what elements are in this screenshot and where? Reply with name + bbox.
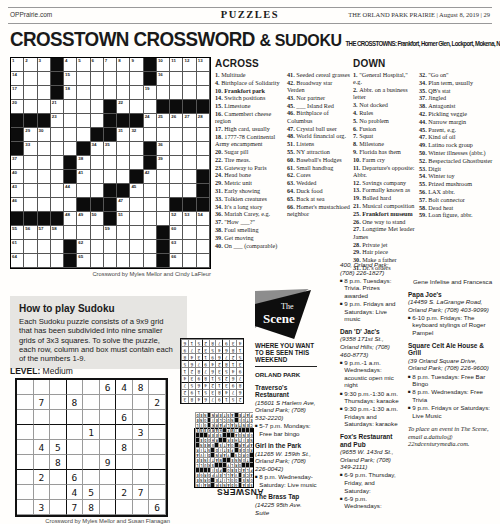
crossword-cell-number: 36	[158, 142, 163, 147]
answer-letter-cell: A	[249, 472, 253, 477]
crossword-cell-number: 10	[158, 58, 163, 63]
sudoku-cell	[116, 470, 133, 485]
sudoku-answer-cell: 9	[236, 367, 243, 374]
crossword-cell-number: 17	[12, 86, 17, 91]
answer-letter-cell: N	[249, 437, 253, 442]
crossword-cell: 5	[77, 58, 90, 72]
answer-black-cell	[234, 442, 238, 447]
sudoku-answer-cell: 3	[236, 360, 243, 367]
sudoku-cell	[50, 470, 67, 485]
answer-letter-cell: P	[218, 467, 222, 472]
answer-letter-cell: I	[207, 457, 211, 462]
answer-letter-cell: N	[230, 417, 234, 422]
crossword-cell-number: 52	[171, 212, 176, 217]
answer-letter-cell: P	[245, 442, 249, 447]
crossword-cell: 27	[183, 114, 196, 128]
answer-letter-cell: E	[226, 447, 230, 452]
sudoku-answer-cell: 7	[181, 382, 188, 389]
answer-letter-cell: Y	[214, 472, 218, 477]
sudoku-answer-cell: 4	[181, 375, 188, 382]
clue: 29. Metric unit	[215, 179, 282, 186]
answer-letter-cell: Y	[226, 462, 230, 467]
event-entry: ■5-7 p.m. Mondays: Free bar bingo	[255, 422, 317, 437]
crossword-cell	[117, 240, 130, 254]
sudoku-cell	[133, 470, 150, 485]
crossword-cell-number: 39	[158, 156, 163, 161]
crossword-cell	[183, 86, 196, 100]
answer-letter-cell: P	[249, 412, 253, 417]
clue: 7. Squat	[353, 132, 416, 139]
crossword-cell	[183, 170, 196, 184]
crossword-black-cell	[64, 170, 77, 184]
crossword-cell	[91, 184, 104, 198]
crossword-cell: 66	[170, 254, 183, 268]
sudoku-cell	[100, 440, 117, 455]
crossword-cell-number: 26	[171, 114, 176, 119]
crossword-cell	[197, 128, 210, 142]
answer-letter-cell: E	[238, 447, 242, 452]
clue: 39. Get moving	[215, 234, 282, 241]
crossword-cell	[170, 72, 183, 86]
sudoku-answer-cell: 5	[181, 360, 188, 367]
sudoku-answer-cell: 7	[229, 389, 236, 396]
sudoku-cell: 8	[67, 395, 84, 410]
crossword-cell	[170, 156, 183, 170]
clue: 4. Rules	[353, 109, 416, 116]
clue: 44. Narrow margin	[419, 118, 493, 125]
crossword-cell-number: 61	[12, 240, 17, 245]
crossword-black-cell	[183, 198, 196, 212]
sudoku-cell	[100, 410, 117, 425]
sudoku-answer-cell: 8	[236, 382, 243, 389]
crossword-cell-number: 11	[171, 58, 176, 63]
sudoku-answer-cell: 7	[236, 375, 243, 382]
crossword-cell	[170, 128, 183, 142]
answer-letter-cell: S	[226, 412, 230, 417]
crossword-black-cell	[38, 212, 51, 226]
crossword-cell: 6	[91, 58, 104, 72]
answer-letter-cell: R	[210, 427, 214, 432]
sudoku-cell: 8	[83, 500, 100, 515]
sudoku-answer-cell: 1	[236, 346, 243, 353]
crossword-cell	[77, 86, 90, 100]
answer-letter-cell: C	[245, 472, 249, 477]
event-text: 6-9 p.m. Thursday, Friday, and Saturday:	[344, 471, 402, 494]
crossword-black-cell	[51, 86, 64, 100]
crossword-cell: 56	[24, 226, 37, 240]
bullet-square-icon: ■	[408, 314, 411, 337]
clue: 36. Mariah Carey, e.g.	[215, 210, 282, 217]
answer-letter-cell: L	[226, 422, 230, 427]
crossword-cell: 33	[24, 142, 37, 156]
crossword-cell	[51, 170, 64, 184]
crossword-cell	[183, 226, 196, 240]
crossword-cell	[64, 114, 77, 128]
clue: 15. Limestone	[215, 102, 282, 109]
crossword-cell-number: 59	[105, 226, 110, 231]
answer-black-cell	[222, 467, 226, 472]
crossword-cell: 32	[130, 128, 143, 142]
clue: 64. Duck food	[287, 187, 351, 194]
event-text: 6-9 p.m. Wednesdays:	[344, 495, 402, 510]
sudoku-answer-cell: 4	[229, 367, 236, 374]
crossword-cell	[130, 72, 143, 86]
sudoku-cell: 6	[100, 380, 117, 395]
sudoku-answer-cell: 2	[181, 389, 188, 396]
clue: 38. Foul smelling	[215, 226, 282, 233]
crossword-cell	[130, 198, 143, 212]
crossword-cell	[157, 128, 170, 142]
crossword-cell-number: 2	[25, 58, 27, 63]
answer-letter-cell: O	[238, 432, 242, 437]
clue: 27. Longtime Met leader James	[353, 225, 416, 240]
answer-letter-cell: O	[207, 437, 211, 442]
sudoku-cell: 2	[116, 485, 133, 500]
crossword-cell	[144, 198, 157, 212]
answer-black-cell	[238, 472, 242, 477]
sudoku-answer-cell: 8	[188, 396, 195, 403]
answer-letter-cell: T	[245, 417, 249, 422]
crossword-cell	[38, 240, 51, 254]
bullet-square-icon: ■	[340, 390, 343, 405]
crossword-cell: 34	[91, 142, 104, 156]
sudoku-answer-cell: 3	[229, 339, 236, 346]
crossword-black-cell	[51, 212, 64, 226]
sudoku-answer-cell: 6	[236, 389, 243, 396]
crossword-cell	[117, 72, 130, 86]
crossword-cell	[24, 170, 37, 184]
crossword-cell-number: 23	[52, 114, 57, 119]
crossword-cell	[38, 100, 51, 114]
event-entry: ■6-10 p.m. Fridays: The keyboard styling…	[408, 314, 494, 337]
crossword-cell	[51, 254, 64, 268]
crossword-cell: 64	[11, 254, 24, 268]
sudoku-answer-cell: 9	[181, 346, 188, 353]
sudoku-level-label: LEVEL:	[10, 366, 40, 376]
clue: 1. "General Hospital," e.g.	[353, 71, 416, 86]
page-subtitle: & SUDOKU	[260, 31, 342, 50]
sudoku-credit: Crossword by Myles Mellor and Susan Flan…	[10, 518, 170, 524]
answer-black-cell	[195, 432, 199, 437]
crossword-cell	[157, 86, 170, 100]
crossword-cell-number: 47	[118, 198, 123, 203]
sudoku-answer-cell: 8	[195, 367, 202, 374]
the-scene-logo: The Scene	[255, 289, 311, 339]
sudoku-cell: 2	[34, 470, 51, 485]
sudoku-cell: 3	[133, 425, 150, 440]
crossword-cell	[197, 142, 210, 156]
event-text: 6-10 p.m. Fridays: The keyboard stylings…	[412, 314, 494, 337]
sudoku-answer-cell: 7	[202, 367, 209, 374]
crossword-black-cell	[91, 128, 104, 142]
answer-letter-cell: N	[199, 417, 203, 422]
crossword-cell	[183, 128, 196, 142]
crossword-cell	[117, 226, 130, 240]
answer-letter-cell: L	[230, 462, 234, 467]
answer-letter-cell: N	[241, 422, 245, 427]
crossword-cell	[91, 100, 104, 114]
answer-letter-cell: K	[207, 462, 211, 467]
answer-letter-cell: R	[249, 447, 253, 452]
answer-black-cell	[203, 467, 207, 472]
crossword-cell-number: 21	[52, 100, 57, 105]
crossword-cell: 11	[170, 58, 183, 72]
crossword-black-cell	[183, 100, 196, 114]
sudoku-cell	[133, 455, 150, 470]
crossword-cell-number: 29	[25, 128, 30, 133]
crossword-cell-number: 49	[78, 212, 83, 217]
venue-address: (15601 S Harlem Ave, Orland Park; (708) …	[255, 399, 317, 422]
crossword-cell-number: 25	[158, 114, 163, 119]
crossword-cell	[183, 142, 196, 156]
crossword-cell: 39	[157, 156, 170, 170]
crossword-cell-number: 18	[65, 86, 70, 91]
answer-letter-cell: E	[230, 437, 234, 442]
venue-address: (14459 S. LaGrange Road, Orland Park; (7…	[408, 298, 494, 313]
answer-letter-cell: R	[207, 432, 211, 437]
crossword-cell	[24, 198, 37, 212]
answer-letter-cell: O	[238, 462, 242, 467]
crossword-cell-number: 66	[171, 254, 176, 259]
sudoku-answer-cell: 9	[222, 339, 229, 346]
sudoku-cell	[83, 395, 100, 410]
answer-letter-cell: C	[238, 452, 242, 457]
crossword-cell	[197, 226, 210, 240]
crossword-black-cell	[64, 254, 77, 268]
crossword-cell-number: 5	[78, 58, 80, 63]
crossword-cell	[104, 240, 117, 254]
crossword-cell	[170, 86, 183, 100]
answer-letter-cell: L	[222, 472, 226, 477]
crossword-cell: 61	[11, 240, 24, 254]
crossword-cell	[91, 156, 104, 170]
answer-letter-cell: K	[207, 427, 211, 432]
crossword-cell	[51, 240, 64, 254]
sudoku-answer-cell: 3	[215, 367, 222, 374]
answer-letter-cell: E	[245, 422, 249, 427]
crossword-cell	[117, 254, 130, 268]
answer-letter-cell: R	[234, 462, 238, 467]
crossword-cell-number: 20	[12, 100, 17, 105]
answer-letter-cell: T	[222, 412, 226, 417]
answer-black-cell	[249, 427, 253, 432]
clue: 32. "Go on"	[419, 71, 493, 78]
crossword-black-cell	[197, 198, 210, 212]
crossword-cell: 15	[64, 72, 77, 86]
crossword-cell: 3	[38, 58, 51, 72]
answer-letter-cell: A	[241, 467, 245, 472]
event-entry: ■8 p.m. Wednesday-Saturday: Live music	[255, 473, 317, 488]
clue: 1. Multitude	[215, 71, 282, 78]
sudoku-answer-cell: 2	[229, 353, 236, 360]
crossword-cell	[38, 86, 51, 100]
answer-letter-cell: I	[210, 417, 214, 422]
crossword-cell-number: 7	[105, 58, 107, 63]
answer-black-cell	[249, 462, 253, 467]
crossword-cell	[77, 114, 90, 128]
answer-letter-cell: R	[214, 422, 218, 427]
answer-letter-cell: N	[241, 432, 245, 437]
answer-letter-cell: E	[214, 432, 218, 437]
crossword-black-cell	[144, 156, 157, 170]
crossword-cell: 19	[144, 86, 157, 100]
clue: 26. One way to stand	[353, 218, 416, 225]
down-header: DOWN	[353, 58, 385, 69]
answer-letter-cell: D	[241, 447, 245, 452]
clue: 47. Kind of oil	[419, 133, 493, 140]
clue: 62. Cores	[287, 171, 351, 178]
crossword-cell	[197, 156, 210, 170]
crossword-cell	[24, 184, 37, 198]
answer-letter-cell: L	[199, 462, 203, 467]
crossword-cell: 41	[77, 170, 90, 184]
answer-letter-cell: C	[238, 467, 242, 472]
crossword-cell-number: 62	[78, 240, 83, 245]
crossword-cell	[130, 254, 143, 268]
answer-letter-cell: E	[195, 417, 199, 422]
clue: 66. Homer's mustachioed neighbor	[287, 203, 351, 218]
sudoku-cell	[17, 470, 34, 485]
clue: 24. Head bone	[215, 171, 282, 178]
crossword-cell: 55	[11, 226, 24, 240]
crossword-cell: 21	[51, 100, 64, 114]
crossword-cell: 23	[51, 114, 64, 128]
crossword-black-cell	[197, 100, 210, 114]
answer-letter-cell: I	[203, 452, 207, 457]
crossword-black-cell	[130, 170, 143, 184]
answer-letter-cell: B	[230, 467, 234, 472]
sudoku-cell: 5	[50, 440, 67, 455]
crossword-cell	[24, 100, 37, 114]
sudoku-cell	[34, 380, 51, 395]
sudoku-answer-cell: 7	[209, 396, 216, 403]
bullet-square-icon: ■	[340, 471, 343, 494]
venue-address: (9358 171st St., Orland Hills; (708) 460…	[340, 335, 402, 358]
answer-letter-cell: G	[203, 422, 207, 427]
answer-letter-cell: O	[207, 472, 211, 477]
crossword-cell-number: 58	[52, 226, 57, 231]
sudoku-cell	[149, 470, 166, 485]
down-clues-col1: 1. "General Hospital," e.g.2. Abbr. on a…	[353, 71, 416, 272]
scene-column-1: WHERE YOU WANT TO BE SEEN THIS WEEKEND O…	[255, 342, 317, 516]
crossword-cell	[144, 128, 157, 142]
answer-black-cell	[195, 437, 199, 442]
crossword-cell: 28	[197, 114, 210, 128]
answer-letter-cell: I	[238, 417, 242, 422]
event-entry: ■8 p.m. Wednesdays: Free Trivia	[408, 388, 494, 403]
sudoku-cell: 7	[133, 485, 150, 500]
event-entry: ■6-9 p.m. Wednesdays:	[340, 495, 402, 510]
crossword-black-cell	[130, 114, 143, 128]
crossword-cell-number: 40	[12, 170, 17, 175]
sudoku-cell	[83, 470, 100, 485]
answer-letter-cell: N	[203, 412, 207, 417]
crossword-black-cell	[104, 212, 117, 226]
venue-address: (39 Orland Square Drive, Orland Park; (7…	[408, 357, 494, 372]
sudoku-cell: 6	[116, 410, 133, 425]
sudoku-answer-cell: 5	[195, 339, 202, 346]
crossword-black-cell	[11, 114, 24, 128]
sudoku-answer-cell: 1	[209, 375, 216, 382]
sudoku-cell	[100, 425, 117, 440]
answer-letter-cell: A	[226, 442, 230, 447]
crossword-cell: 8	[117, 58, 130, 72]
answer-letter-cell: D	[203, 437, 207, 442]
scene-column-2: 400, Orland Park; (708) 226-1827)■8 p.m.…	[340, 261, 402, 510]
answer-black-cell	[214, 442, 218, 447]
answer-letter-cell: E	[195, 477, 199, 482]
sudoku-cell: 8	[133, 380, 150, 395]
clue: 8. Milestone	[353, 140, 416, 147]
sudoku-cell	[17, 485, 34, 500]
clue: 18. 1777-78 Continental Army encampment	[215, 133, 282, 148]
crossword-cell: 43	[11, 184, 24, 198]
clue: 2. Abbr. on a business letter	[353, 86, 416, 101]
sudoku-cell	[149, 440, 166, 455]
clue: 9. Florida has them	[353, 148, 416, 155]
sudoku-answer-cell: 5	[229, 396, 236, 403]
answer-letter-cell: O	[245, 452, 249, 457]
answer-letter-cell: L	[218, 417, 222, 422]
sudoku-answer-cell: 7	[215, 339, 222, 346]
event-entry: ■9:30 p.m.-1:30 a.m. Fridays and Saturda…	[340, 405, 402, 428]
bullet-square-icon: ■	[408, 404, 411, 419]
crossword-cell: 44	[64, 184, 77, 198]
crossword-cell: 31	[117, 128, 130, 142]
event-text: 9:30 p.m.-1:30 a.m. Thursdays: karaoke	[344, 390, 402, 405]
answer-letter-cell: R	[214, 437, 218, 442]
answer-letter-cell: S	[210, 462, 214, 467]
answer-letter-cell: E	[230, 457, 234, 462]
answer-letter-cell: A	[241, 442, 245, 447]
answer-letter-cell: H	[210, 437, 214, 442]
crossword-cell-number: 41	[78, 170, 83, 175]
crossword-cell: 40	[11, 170, 24, 184]
sudoku-answer-cell: 7	[188, 346, 195, 353]
crossword-cell-number: 57	[39, 226, 44, 231]
answer-letter-cell: R	[234, 422, 238, 427]
sudoku-answer-cell: 8	[209, 339, 216, 346]
crossword-black-cell	[38, 114, 51, 128]
sudoku-answer-cell: 1	[222, 396, 229, 403]
logo-text-scene: Scene	[263, 311, 295, 327]
crossword-cell	[91, 226, 104, 240]
answer-letter-cell: A	[230, 472, 234, 477]
sudoku-cell: 4	[67, 485, 84, 500]
crossword-cell-number: 13	[198, 58, 203, 63]
answer-letter-cell: D	[195, 412, 199, 417]
crossword-cell: 50	[91, 212, 104, 226]
crossword-cell	[64, 226, 77, 240]
crossword-black-cell	[197, 184, 210, 198]
sudoku-answer-cell: 1	[195, 389, 202, 396]
crossword-cell: 30	[38, 128, 51, 142]
scene-column-3: Gene Infelise and FrancescaPapa Joe's(14…	[408, 278, 494, 448]
clue: 25. Frankfort museum	[353, 210, 416, 217]
clue: 50. Winter illnesses (abbr.)	[419, 149, 493, 156]
crossword-cell: 1	[11, 58, 24, 72]
scene-tagline: WHERE YOU WANT TO BE SEEN THIS WEEKEND	[255, 342, 317, 367]
scene-submission-note: To place an event in The Scene, email a.…	[408, 425, 494, 448]
clue: 16. Camembert cheese region	[215, 110, 282, 125]
answer-letter-cell: R	[195, 447, 199, 452]
answer-black-cell	[238, 427, 242, 432]
crossword-cell	[104, 72, 117, 86]
scene-col3-listings: Gene Infelise and FrancescaPapa Joe's(14…	[408, 278, 494, 448]
sudoku-cell: 5	[83, 485, 100, 500]
crossword-cell	[197, 240, 210, 254]
clue: 38. Antagonist	[419, 102, 493, 109]
